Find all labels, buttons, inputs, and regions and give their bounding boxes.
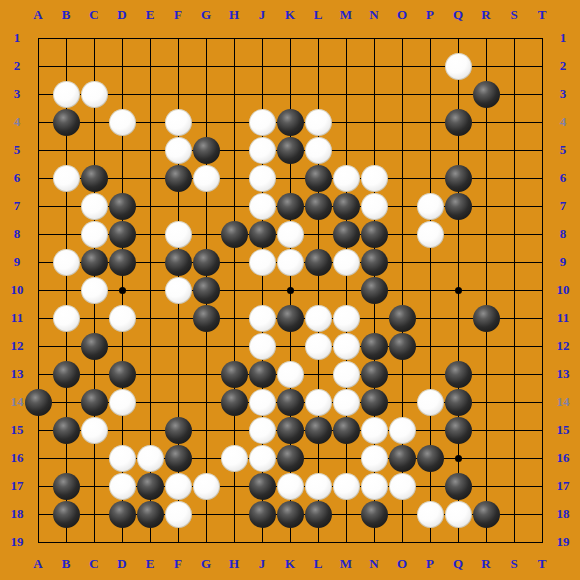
intersection-A16[interactable] xyxy=(24,444,52,472)
white-stone-M14 xyxy=(333,389,360,416)
intersection-G7[interactable] xyxy=(192,192,220,220)
intersection-A18[interactable] xyxy=(24,500,52,528)
intersection-K10[interactable] xyxy=(276,276,304,304)
white-stone-F10 xyxy=(165,277,192,304)
black-stone-R18 xyxy=(473,501,500,528)
white-stone-K17 xyxy=(277,473,304,500)
intersection-T16[interactable] xyxy=(528,444,556,472)
intersection-E1[interactable] xyxy=(136,24,164,52)
intersection-S3[interactable] xyxy=(500,80,528,108)
black-stone-O12 xyxy=(389,333,416,360)
intersection-C4[interactable] xyxy=(80,108,108,136)
intersection-K1[interactable] xyxy=(276,24,304,52)
intersection-M5[interactable] xyxy=(332,136,360,164)
intersection-H5[interactable] xyxy=(220,136,248,164)
intersection-G8[interactable] xyxy=(192,220,220,248)
col-label-bottom-N: N xyxy=(361,556,387,572)
intersection-Q8[interactable] xyxy=(444,220,472,248)
intersection-T11[interactable] xyxy=(528,304,556,332)
intersection-T13[interactable] xyxy=(528,360,556,388)
intersection-E10[interactable] xyxy=(136,276,164,304)
intersection-H15[interactable] xyxy=(220,416,248,444)
intersection-A13[interactable] xyxy=(24,360,52,388)
intersection-Q1[interactable] xyxy=(444,24,472,52)
intersection-D19[interactable] xyxy=(108,528,136,556)
intersection-C18[interactable] xyxy=(80,500,108,528)
white-stone-M11 xyxy=(333,305,360,332)
intersection-E4[interactable] xyxy=(136,108,164,136)
intersection-T5[interactable] xyxy=(528,136,556,164)
intersection-B16[interactable] xyxy=(52,444,80,472)
intersection-D3[interactable] xyxy=(108,80,136,108)
col-label-bottom-K: K xyxy=(277,556,303,572)
intersection-N5[interactable] xyxy=(360,136,388,164)
black-stone-D13 xyxy=(109,361,136,388)
intersection-R7[interactable] xyxy=(472,192,500,220)
intersection-S7[interactable] xyxy=(500,192,528,220)
intersection-A1[interactable] xyxy=(24,24,52,52)
intersection-E9[interactable] xyxy=(136,248,164,276)
intersection-B7[interactable] xyxy=(52,192,80,220)
intersection-R17[interactable] xyxy=(472,472,500,500)
intersection-P15[interactable] xyxy=(416,416,444,444)
intersection-C17[interactable] xyxy=(80,472,108,500)
black-stone-B15 xyxy=(53,417,80,444)
intersection-P6[interactable] xyxy=(416,164,444,192)
intersection-B5[interactable] xyxy=(52,136,80,164)
intersection-O19[interactable] xyxy=(388,528,416,556)
intersection-E13[interactable] xyxy=(136,360,164,388)
intersection-M4[interactable] xyxy=(332,108,360,136)
white-stone-M6 xyxy=(333,165,360,192)
intersection-L3[interactable] xyxy=(304,80,332,108)
intersection-B14[interactable] xyxy=(52,388,80,416)
intersection-R5[interactable] xyxy=(472,136,500,164)
intersection-A12[interactable] xyxy=(24,332,52,360)
intersection-M18[interactable] xyxy=(332,500,360,528)
intersection-P5[interactable] xyxy=(416,136,444,164)
intersection-P2[interactable] xyxy=(416,52,444,80)
intersection-C2[interactable] xyxy=(80,52,108,80)
intersection-S1[interactable] xyxy=(500,24,528,52)
intersection-L16[interactable] xyxy=(304,444,332,472)
intersection-G16[interactable] xyxy=(192,444,220,472)
intersection-E2[interactable] xyxy=(136,52,164,80)
intersection-G19[interactable] xyxy=(192,528,220,556)
intersection-A9[interactable] xyxy=(24,248,52,276)
intersection-Q19[interactable] xyxy=(444,528,472,556)
white-stone-F17 xyxy=(165,473,192,500)
intersection-C5[interactable] xyxy=(80,136,108,164)
col-label-top-S: S xyxy=(501,7,527,23)
intersection-L2[interactable] xyxy=(304,52,332,80)
intersection-R8[interactable] xyxy=(472,220,500,248)
white-stone-F8 xyxy=(165,221,192,248)
white-stone-B11 xyxy=(53,305,80,332)
intersection-T15[interactable] xyxy=(528,416,556,444)
intersection-T4[interactable] xyxy=(528,108,556,136)
black-stone-N9 xyxy=(361,249,388,276)
intersection-P9[interactable] xyxy=(416,248,444,276)
black-stone-K7 xyxy=(277,193,304,220)
intersection-G13[interactable] xyxy=(192,360,220,388)
intersection-R19[interactable] xyxy=(472,528,500,556)
intersection-T18[interactable] xyxy=(528,500,556,528)
black-stone-L18 xyxy=(305,501,332,528)
intersection-S18[interactable] xyxy=(500,500,528,528)
intersection-R1[interactable] xyxy=(472,24,500,52)
intersection-E3[interactable] xyxy=(136,80,164,108)
intersection-K6[interactable] xyxy=(276,164,304,192)
intersection-A19[interactable] xyxy=(24,528,52,556)
black-stone-F15 xyxy=(165,417,192,444)
intersection-O2[interactable] xyxy=(388,52,416,80)
intersection-S17[interactable] xyxy=(500,472,528,500)
black-stone-J8 xyxy=(249,221,276,248)
intersection-F13[interactable] xyxy=(164,360,192,388)
intersection-H1[interactable] xyxy=(220,24,248,52)
intersection-O9[interactable] xyxy=(388,248,416,276)
col-label-top-R: R xyxy=(473,7,499,23)
col-label-bottom-T: T xyxy=(529,556,555,572)
intersection-P11[interactable] xyxy=(416,304,444,332)
black-stone-N12 xyxy=(361,333,388,360)
intersection-M19[interactable] xyxy=(332,528,360,556)
intersection-J10[interactable] xyxy=(248,276,276,304)
intersection-J1[interactable] xyxy=(248,24,276,52)
intersection-M1[interactable] xyxy=(332,24,360,52)
intersection-F3[interactable] xyxy=(164,80,192,108)
intersection-G18[interactable] xyxy=(192,500,220,528)
intersection-M16[interactable] xyxy=(332,444,360,472)
intersection-L10[interactable] xyxy=(304,276,332,304)
white-stone-D14 xyxy=(109,389,136,416)
intersection-O6[interactable] xyxy=(388,164,416,192)
intersection-E6[interactable] xyxy=(136,164,164,192)
intersection-B12[interactable] xyxy=(52,332,80,360)
white-stone-J12 xyxy=(249,333,276,360)
intersection-E19[interactable] xyxy=(136,528,164,556)
intersection-Q3[interactable] xyxy=(444,80,472,108)
intersection-A10[interactable] xyxy=(24,276,52,304)
intersection-H7[interactable] xyxy=(220,192,248,220)
intersection-F14[interactable] xyxy=(164,388,192,416)
intersection-S19[interactable] xyxy=(500,528,528,556)
intersection-P4[interactable] xyxy=(416,108,444,136)
intersection-M2[interactable] xyxy=(332,52,360,80)
intersection-Q5[interactable] xyxy=(444,136,472,164)
intersection-R12[interactable] xyxy=(472,332,500,360)
intersection-F12[interactable] xyxy=(164,332,192,360)
intersection-H3[interactable] xyxy=(220,80,248,108)
intersection-G2[interactable] xyxy=(192,52,220,80)
intersection-T6[interactable] xyxy=(528,164,556,192)
black-stone-Q17 xyxy=(445,473,472,500)
intersection-J2[interactable] xyxy=(248,52,276,80)
black-stone-B18 xyxy=(53,501,80,528)
intersection-T8[interactable] xyxy=(528,220,556,248)
intersection-A8[interactable] xyxy=(24,220,52,248)
col-label-bottom-R: R xyxy=(473,556,499,572)
intersection-T3[interactable] xyxy=(528,80,556,108)
col-label-bottom-J: J xyxy=(249,556,275,572)
go-board-screen: AABBCCDDEEFFGGHHJJKKLLMMNNOOPPQQRRSSTT11… xyxy=(0,0,580,580)
black-stone-N8 xyxy=(361,221,388,248)
col-label-bottom-O: O xyxy=(389,556,415,572)
white-stone-C15 xyxy=(81,417,108,444)
intersection-D12[interactable] xyxy=(108,332,136,360)
intersection-S10[interactable] xyxy=(500,276,528,304)
intersection-L13[interactable] xyxy=(304,360,332,388)
intersection-B8[interactable] xyxy=(52,220,80,248)
black-stone-N13 xyxy=(361,361,388,388)
intersection-G3[interactable] xyxy=(192,80,220,108)
intersection-A5[interactable] xyxy=(24,136,52,164)
intersection-G1[interactable] xyxy=(192,24,220,52)
intersection-T10[interactable] xyxy=(528,276,556,304)
intersection-Q9[interactable] xyxy=(444,248,472,276)
intersection-A11[interactable] xyxy=(24,304,52,332)
intersection-O10[interactable] xyxy=(388,276,416,304)
col-label-top-L: L xyxy=(305,7,331,23)
intersection-G12[interactable] xyxy=(192,332,220,360)
intersection-N11[interactable] xyxy=(360,304,388,332)
intersection-K19[interactable] xyxy=(276,528,304,556)
intersection-B19[interactable] xyxy=(52,528,80,556)
intersection-G14[interactable] xyxy=(192,388,220,416)
intersection-D2[interactable] xyxy=(108,52,136,80)
intersection-S4[interactable] xyxy=(500,108,528,136)
intersection-H18[interactable] xyxy=(220,500,248,528)
intersection-A6[interactable] xyxy=(24,164,52,192)
intersection-T9[interactable] xyxy=(528,248,556,276)
intersection-P12[interactable] xyxy=(416,332,444,360)
intersection-Q16[interactable] xyxy=(444,444,472,472)
intersection-S12[interactable] xyxy=(500,332,528,360)
intersection-L1[interactable] xyxy=(304,24,332,52)
intersection-A2[interactable] xyxy=(24,52,52,80)
black-stone-Q13 xyxy=(445,361,472,388)
white-stone-J6 xyxy=(249,165,276,192)
intersection-P10[interactable] xyxy=(416,276,444,304)
intersection-R6[interactable] xyxy=(472,164,500,192)
black-stone-B4 xyxy=(53,109,80,136)
white-stone-J4 xyxy=(249,109,276,136)
intersection-N3[interactable] xyxy=(360,80,388,108)
intersection-D10[interactable] xyxy=(108,276,136,304)
intersection-H2[interactable] xyxy=(220,52,248,80)
intersection-E8[interactable] xyxy=(136,220,164,248)
intersection-S6[interactable] xyxy=(500,164,528,192)
intersection-D1[interactable] xyxy=(108,24,136,52)
intersection-G4[interactable] xyxy=(192,108,220,136)
intersection-D15[interactable] xyxy=(108,416,136,444)
black-stone-Q6 xyxy=(445,165,472,192)
white-stone-P14 xyxy=(417,389,444,416)
intersection-E14[interactable] xyxy=(136,388,164,416)
white-stone-J7 xyxy=(249,193,276,220)
intersection-Q12[interactable] xyxy=(444,332,472,360)
intersection-O1[interactable] xyxy=(388,24,416,52)
intersection-S2[interactable] xyxy=(500,52,528,80)
white-stone-F18 xyxy=(165,501,192,528)
intersection-H11[interactable] xyxy=(220,304,248,332)
intersection-A15[interactable] xyxy=(24,416,52,444)
white-stone-O17 xyxy=(389,473,416,500)
intersection-S5[interactable] xyxy=(500,136,528,164)
white-stone-P7 xyxy=(417,193,444,220)
intersection-S9[interactable] xyxy=(500,248,528,276)
intersection-H19[interactable] xyxy=(220,528,248,556)
intersection-S14[interactable] xyxy=(500,388,528,416)
intersection-P1[interactable] xyxy=(416,24,444,52)
intersection-T7[interactable] xyxy=(528,192,556,220)
intersection-R16[interactable] xyxy=(472,444,500,472)
black-stone-C12 xyxy=(81,333,108,360)
intersection-C16[interactable] xyxy=(80,444,108,472)
col-label-top-K: K xyxy=(277,7,303,23)
intersection-N2[interactable] xyxy=(360,52,388,80)
intersection-C11[interactable] xyxy=(80,304,108,332)
intersection-K3[interactable] xyxy=(276,80,304,108)
intersection-E15[interactable] xyxy=(136,416,164,444)
intersection-H12[interactable] xyxy=(220,332,248,360)
intersection-L19[interactable] xyxy=(304,528,332,556)
intersection-R9[interactable] xyxy=(472,248,500,276)
intersection-O5[interactable] xyxy=(388,136,416,164)
col-label-bottom-C: C xyxy=(81,556,107,572)
intersection-T19[interactable] xyxy=(528,528,556,556)
white-stone-H16 xyxy=(221,445,248,472)
black-stone-L15 xyxy=(305,417,332,444)
intersection-O14[interactable] xyxy=(388,388,416,416)
intersection-P17[interactable] xyxy=(416,472,444,500)
white-stone-N16 xyxy=(361,445,388,472)
intersection-N1[interactable] xyxy=(360,24,388,52)
intersection-A17[interactable] xyxy=(24,472,52,500)
intersection-P3[interactable] xyxy=(416,80,444,108)
intersection-Q11[interactable] xyxy=(444,304,472,332)
intersection-B1[interactable] xyxy=(52,24,80,52)
intersection-R2[interactable] xyxy=(472,52,500,80)
black-stone-B13 xyxy=(53,361,80,388)
intersection-S16[interactable] xyxy=(500,444,528,472)
black-stone-L7 xyxy=(305,193,332,220)
black-stone-D9 xyxy=(109,249,136,276)
intersection-D6[interactable] xyxy=(108,164,136,192)
intersection-F11[interactable] xyxy=(164,304,192,332)
intersection-G15[interactable] xyxy=(192,416,220,444)
intersection-E12[interactable] xyxy=(136,332,164,360)
intersection-S15[interactable] xyxy=(500,416,528,444)
col-label-bottom-H: H xyxy=(221,556,247,572)
white-stone-M9 xyxy=(333,249,360,276)
intersection-H6[interactable] xyxy=(220,164,248,192)
intersection-K12[interactable] xyxy=(276,332,304,360)
intersection-O7[interactable] xyxy=(388,192,416,220)
intersection-F2[interactable] xyxy=(164,52,192,80)
intersection-H17[interactable] xyxy=(220,472,248,500)
intersection-M10[interactable] xyxy=(332,276,360,304)
intersection-D5[interactable] xyxy=(108,136,136,164)
intersection-O18[interactable] xyxy=(388,500,416,528)
col-label-top-D: D xyxy=(109,7,135,23)
intersection-R4[interactable] xyxy=(472,108,500,136)
intersection-N19[interactable] xyxy=(360,528,388,556)
col-label-bottom-G: G xyxy=(193,556,219,572)
white-stone-D16 xyxy=(109,445,136,472)
intersection-A7[interactable] xyxy=(24,192,52,220)
intersection-J3[interactable] xyxy=(248,80,276,108)
intersection-R13[interactable] xyxy=(472,360,500,388)
black-stone-M8 xyxy=(333,221,360,248)
intersection-C1[interactable] xyxy=(80,24,108,52)
white-stone-J15 xyxy=(249,417,276,444)
col-label-bottom-B: B xyxy=(53,556,79,572)
black-stone-C6 xyxy=(81,165,108,192)
intersection-F1[interactable] xyxy=(164,24,192,52)
black-stone-L6 xyxy=(305,165,332,192)
intersection-O8[interactable] xyxy=(388,220,416,248)
intersection-S8[interactable] xyxy=(500,220,528,248)
intersection-K2[interactable] xyxy=(276,52,304,80)
intersection-A3[interactable] xyxy=(24,80,52,108)
intersection-T1[interactable] xyxy=(528,24,556,52)
intersection-O13[interactable] xyxy=(388,360,416,388)
intersection-T2[interactable] xyxy=(528,52,556,80)
intersection-F7[interactable] xyxy=(164,192,192,220)
intersection-L8[interactable] xyxy=(304,220,332,248)
intersection-F19[interactable] xyxy=(164,528,192,556)
intersection-J19[interactable] xyxy=(248,528,276,556)
intersection-R15[interactable] xyxy=(472,416,500,444)
white-stone-C8 xyxy=(81,221,108,248)
intersection-O3[interactable] xyxy=(388,80,416,108)
intersection-R14[interactable] xyxy=(472,388,500,416)
intersection-O4[interactable] xyxy=(388,108,416,136)
intersection-B10[interactable] xyxy=(52,276,80,304)
intersection-N4[interactable] xyxy=(360,108,388,136)
black-stone-O16 xyxy=(389,445,416,472)
black-stone-H8 xyxy=(221,221,248,248)
intersection-M3[interactable] xyxy=(332,80,360,108)
intersection-S11[interactable] xyxy=(500,304,528,332)
intersection-A4[interactable] xyxy=(24,108,52,136)
intersection-E7[interactable] xyxy=(136,192,164,220)
intersection-E5[interactable] xyxy=(136,136,164,164)
intersection-Q10[interactable] xyxy=(444,276,472,304)
col-label-top-C: C xyxy=(81,7,107,23)
intersection-T14[interactable] xyxy=(528,388,556,416)
intersection-R10[interactable] xyxy=(472,276,500,304)
intersection-B2[interactable] xyxy=(52,52,80,80)
intersection-E11[interactable] xyxy=(136,304,164,332)
intersection-P13[interactable] xyxy=(416,360,444,388)
intersection-T12[interactable] xyxy=(528,332,556,360)
intersection-T17[interactable] xyxy=(528,472,556,500)
intersection-S13[interactable] xyxy=(500,360,528,388)
intersection-C19[interactable] xyxy=(80,528,108,556)
intersection-H9[interactable] xyxy=(220,248,248,276)
white-stone-M17 xyxy=(333,473,360,500)
black-stone-G10 xyxy=(193,277,220,304)
intersection-P19[interactable] xyxy=(416,528,444,556)
intersection-H10[interactable] xyxy=(220,276,248,304)
intersection-C13[interactable] xyxy=(80,360,108,388)
intersection-H4[interactable] xyxy=(220,108,248,136)
black-stone-H13 xyxy=(221,361,248,388)
white-stone-Q18 xyxy=(445,501,472,528)
